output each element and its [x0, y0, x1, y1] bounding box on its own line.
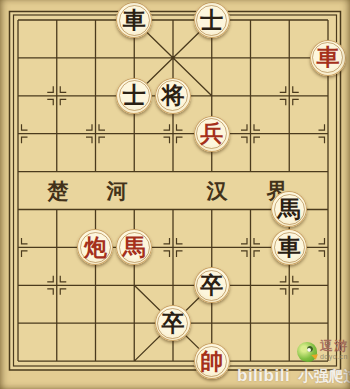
piece-glyph: 馬 [123, 236, 146, 259]
piece-red-horse[interactable]: 馬 [116, 229, 152, 265]
piece-red-chariot[interactable]: 車 [310, 40, 346, 76]
piece-black-advisor-1[interactable]: 士 [194, 2, 230, 38]
bilibili-watermark: bilibili 小强爬过 [237, 366, 350, 386]
doyo-watermark: 逗游 doyo.cn [297, 339, 348, 362]
piece-black-general[interactable]: 将 [155, 78, 191, 114]
piece-glyph: 士 [123, 84, 146, 107]
piece-glyph: 帥 [200, 350, 223, 373]
piece-glyph: 将 [161, 84, 184, 107]
piece-black-chariot-2[interactable]: 車 [271, 229, 307, 265]
piece-glyph: 車 [123, 9, 146, 32]
piece-glyph: 卒 [200, 274, 223, 297]
piece-red-cannon[interactable]: 炮 [77, 229, 113, 265]
piece-glyph: 車 [316, 46, 339, 69]
piece-red-general[interactable]: 帥 [194, 343, 230, 379]
piece-glyph: 馬 [278, 198, 301, 221]
board-grid: 車士車士将兵馬炮馬車卒卒帥 [0, 1, 347, 380]
piece-glyph: 兵 [200, 122, 223, 145]
bilibili-uploader-text: 小强爬过 [299, 368, 350, 384]
piece-glyph: 士 [200, 9, 223, 32]
piece-black-advisor-2[interactable]: 士 [116, 78, 152, 114]
doyo-domain-text: doyo.cn [320, 353, 348, 360]
piece-black-soldier-1[interactable]: 卒 [194, 267, 230, 303]
doyo-bird-icon [297, 342, 317, 362]
piece-black-chariot-1[interactable]: 車 [116, 2, 152, 38]
doyo-brand-text: 逗游 [320, 339, 348, 352]
piece-black-soldier-2[interactable]: 卒 [155, 305, 191, 341]
bilibili-logo-text: bilibili [237, 366, 290, 385]
piece-black-horse[interactable]: 馬 [271, 191, 307, 227]
xiangqi-screen: 楚 河 汉 界 車士車士将兵馬炮馬車卒卒帥 逗游 doyo.cn bilibil… [0, 0, 350, 389]
piece-glyph: 炮 [84, 236, 107, 259]
piece-glyph: 車 [278, 236, 301, 259]
piece-red-soldier[interactable]: 兵 [194, 116, 230, 152]
piece-glyph: 卒 [161, 312, 184, 335]
